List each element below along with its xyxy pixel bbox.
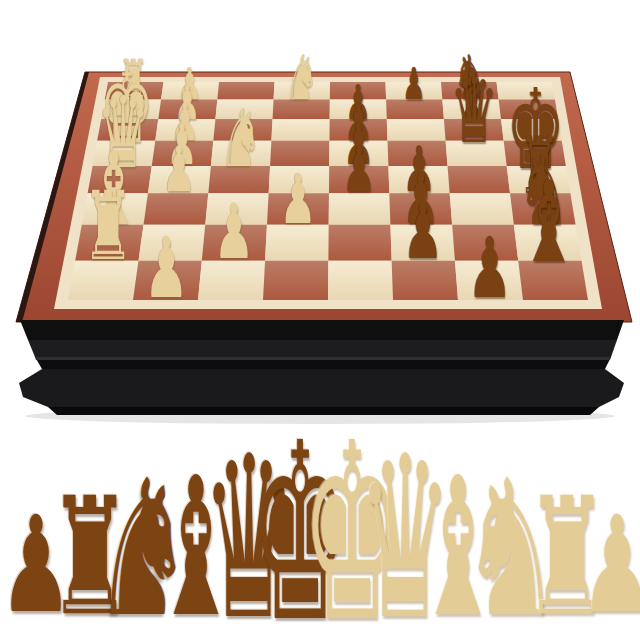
square-a6 bbox=[386, 82, 443, 99]
square-d3 bbox=[211, 141, 271, 166]
lineup-light-pawn: ♟ bbox=[580, 498, 640, 631]
square-a7 bbox=[441, 82, 499, 99]
square-a4 bbox=[274, 82, 330, 99]
square-d7 bbox=[446, 141, 507, 166]
square-e8 bbox=[507, 166, 571, 193]
square-d4 bbox=[270, 141, 329, 166]
square-e4 bbox=[269, 166, 330, 193]
square-d6 bbox=[388, 141, 448, 166]
square-a1 bbox=[105, 82, 164, 99]
square-e6 bbox=[388, 166, 449, 193]
square-c2 bbox=[155, 119, 215, 141]
square-g4 bbox=[265, 225, 329, 261]
square-f6 bbox=[389, 193, 452, 225]
square-h2 bbox=[133, 261, 202, 300]
square-h6 bbox=[392, 261, 458, 300]
square-f7 bbox=[450, 193, 514, 225]
chess-set-product-photo: ♜♟♞♟♞♟♟♝♚♟♟♛♛♟♞♟♚♟♟♟♜♝♟♟♞♜♟♟♝♟♟ ♟♜♞♝♛♚♚♛… bbox=[0, 0, 640, 640]
square-g3 bbox=[202, 225, 267, 261]
square-h1 bbox=[68, 261, 138, 300]
square-d1 bbox=[93, 141, 156, 166]
square-g8 bbox=[514, 225, 582, 261]
square-b2 bbox=[158, 99, 217, 119]
square-g2 bbox=[138, 225, 205, 261]
square-e2 bbox=[148, 166, 211, 193]
square-c5 bbox=[329, 119, 387, 141]
square-h8 bbox=[518, 261, 588, 300]
square-d5 bbox=[329, 141, 388, 166]
square-b8 bbox=[499, 99, 559, 119]
square-b6 bbox=[386, 99, 444, 119]
square-g1 bbox=[75, 225, 143, 261]
square-a3 bbox=[217, 82, 274, 99]
board-black-edge bbox=[20, 320, 624, 340]
square-f4 bbox=[267, 193, 329, 225]
square-a5 bbox=[330, 82, 386, 99]
square-b7 bbox=[442, 99, 501, 119]
square-e1 bbox=[88, 166, 152, 193]
square-f2 bbox=[144, 193, 209, 225]
square-f3 bbox=[205, 193, 268, 225]
square-c6 bbox=[387, 119, 446, 141]
base-lip bbox=[28, 340, 617, 357]
square-g5 bbox=[328, 225, 391, 261]
board-and-base bbox=[0, 0, 640, 430]
square-e7 bbox=[448, 166, 510, 193]
square-h4 bbox=[263, 261, 328, 300]
square-f1 bbox=[82, 193, 148, 225]
square-f5 bbox=[329, 193, 391, 225]
square-h3 bbox=[198, 261, 265, 300]
square-c7 bbox=[444, 119, 504, 141]
square-e3 bbox=[208, 166, 270, 193]
square-d8 bbox=[504, 141, 566, 166]
square-a2 bbox=[161, 82, 219, 99]
square-c8 bbox=[501, 119, 562, 141]
square-b3 bbox=[215, 99, 273, 119]
square-c4 bbox=[271, 119, 329, 141]
square-b5 bbox=[330, 99, 387, 119]
square-h7 bbox=[455, 261, 523, 300]
base-highlight bbox=[35, 357, 611, 360]
square-f8 bbox=[510, 193, 576, 225]
square-e5 bbox=[329, 166, 389, 193]
square-h5 bbox=[328, 261, 393, 300]
square-g7 bbox=[452, 225, 518, 261]
square-b1 bbox=[101, 99, 161, 119]
square-c3 bbox=[213, 119, 272, 141]
square-a8 bbox=[497, 82, 555, 99]
square-g6 bbox=[390, 225, 455, 261]
piece-lineup: ♟♜♞♝♛♚♚♛♝♞♜♟ bbox=[0, 430, 640, 640]
square-b4 bbox=[273, 99, 330, 119]
chess-board-scene: ♜♟♞♟♞♟♟♝♚♟♟♛♛♟♞♟♚♟♟♟♜♝♟♟♞♜♟♟♝♟♟ bbox=[0, 0, 640, 430]
square-d2 bbox=[152, 141, 214, 166]
square-c1 bbox=[97, 119, 158, 141]
